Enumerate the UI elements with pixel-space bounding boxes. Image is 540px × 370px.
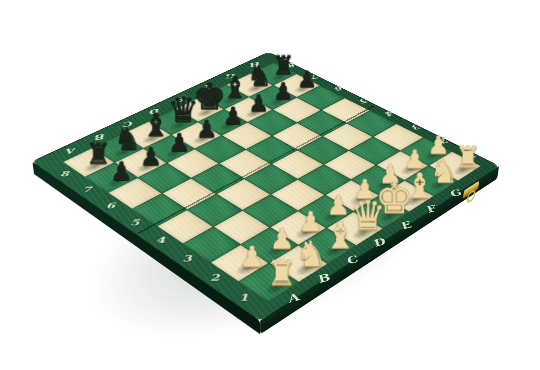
white-pawn[interactable]: ♟ — [269, 225, 294, 253]
white-knight[interactable]: ♞ — [296, 236, 328, 271]
black-rook[interactable]: ♜ — [85, 140, 111, 169]
rank-label-text: 3 — [410, 123, 423, 130]
white-pawn[interactable]: ♟ — [239, 243, 265, 271]
black-pawn[interactable]: ♟ — [297, 68, 317, 91]
black-pawn[interactable]: ♟ — [196, 117, 218, 141]
black-knight[interactable]: ♞ — [247, 62, 272, 90]
rank-label-text: 1 — [239, 293, 250, 303]
rank-label-text: 6 — [106, 202, 115, 210]
black-rook[interactable]: ♜ — [272, 53, 295, 79]
white-pawn[interactable]: ♟ — [298, 208, 322, 235]
white-rook[interactable]: ♜ — [266, 257, 296, 291]
file-label-text: A — [66, 147, 77, 155]
black-pawn[interactable]: ♟ — [248, 92, 269, 115]
black-bishop[interactable]: ♝ — [142, 109, 171, 141]
rank-label-text: 4 — [156, 236, 165, 244]
photo-stage: ABCDEFGH8♜♞♝♛♚♝♞♜87♟♟♟♟♟♟♟♟7665544332♟♟♟… — [0, 0, 540, 370]
black-pawn[interactable]: ♟ — [273, 80, 294, 103]
black-pawn[interactable]: ♟ — [168, 130, 190, 155]
black-pawn[interactable]: ♟ — [110, 158, 133, 184]
chess-board: ABCDEFGH8♜♞♝♛♚♝♞♜87♟♟♟♟♟♟♟♟7665544332♟♟♟… — [32, 52, 499, 321]
rank-label-text: 2 — [210, 273, 220, 282]
black-queen[interactable]: ♛ — [167, 92, 199, 127]
white-bishop[interactable]: ♝ — [324, 217, 357, 254]
rank-label-text: 3 — [182, 254, 192, 263]
black-pawn[interactable]: ♟ — [140, 144, 163, 169]
white-rook[interactable]: ♜ — [455, 143, 481, 172]
rank-label-text: 7 — [82, 186, 91, 193]
rank-label-text: 8 — [60, 170, 69, 177]
rank-label-text: 4 — [384, 110, 397, 117]
black-pawn[interactable]: ♟ — [222, 104, 243, 128]
board-grid: ABCDEFGH8♜♞♝♛♚♝♞♜87♟♟♟♟♟♟♟♟7665544332♟♟♟… — [32, 52, 499, 321]
black-knight[interactable]: ♞ — [114, 124, 141, 155]
rank-label-text: 5 — [358, 97, 370, 104]
board-scene: ABCDEFGH8♜♞♝♛♚♝♞♜87♟♟♟♟♟♟♟♟7665544332♟♟♟… — [0, 0, 540, 370]
rank-label-text: 5 — [130, 218, 139, 226]
rank-label-text: 6 — [333, 85, 345, 92]
